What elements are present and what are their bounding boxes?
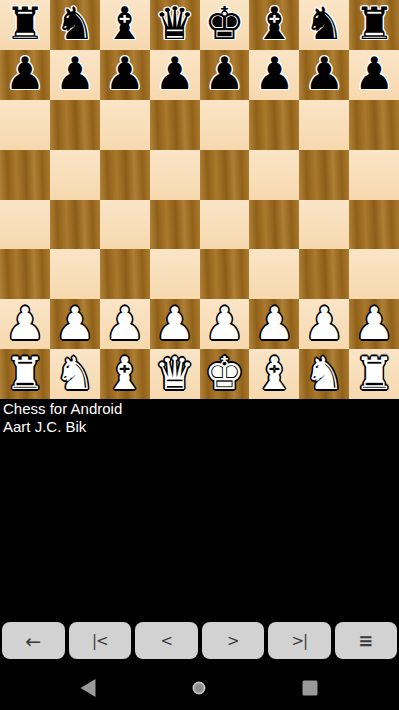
- undo-arrow-button[interactable]: ←: [2, 622, 65, 659]
- square-e6[interactable]: [200, 100, 250, 150]
- square-d4[interactable]: [150, 200, 200, 250]
- square-d7[interactable]: ♟: [150, 50, 200, 100]
- black-pawn: ♟: [105, 51, 145, 96]
- square-b1[interactable]: ♞: [50, 349, 100, 399]
- square-f5[interactable]: [249, 150, 299, 200]
- app-author: Aart J.C. Bik: [3, 418, 122, 436]
- square-d1[interactable]: ♛: [150, 349, 200, 399]
- square-c8[interactable]: ♝: [100, 0, 150, 50]
- square-a1[interactable]: ♜: [0, 349, 50, 399]
- square-h1[interactable]: ♜: [349, 349, 399, 399]
- white-pawn: ♟: [105, 301, 145, 346]
- android-back-icon[interactable]: [81, 679, 96, 697]
- square-f6[interactable]: [249, 100, 299, 150]
- square-d2[interactable]: ♟: [150, 299, 200, 349]
- white-pawn: ♟: [5, 301, 45, 346]
- square-a2[interactable]: ♟: [0, 299, 50, 349]
- square-e4[interactable]: [200, 200, 250, 250]
- white-knight: ♞: [304, 351, 344, 396]
- menu-button[interactable]: ≡: [335, 622, 398, 659]
- square-b7[interactable]: ♟: [50, 50, 100, 100]
- square-f4[interactable]: [249, 200, 299, 250]
- square-d8[interactable]: ♛: [150, 0, 200, 50]
- black-pawn: ♟: [154, 51, 194, 96]
- square-f7[interactable]: ♟: [249, 50, 299, 100]
- android-home-icon[interactable]: [193, 682, 206, 695]
- white-knight: ♞: [55, 351, 95, 396]
- square-h7[interactable]: ♟: [349, 50, 399, 100]
- next-move-button[interactable]: >: [202, 622, 265, 659]
- square-g7[interactable]: ♟: [299, 50, 349, 100]
- square-b6[interactable]: [50, 100, 100, 150]
- white-queen: ♛: [154, 351, 194, 396]
- black-pawn: ♟: [5, 51, 45, 96]
- black-pawn: ♟: [254, 51, 294, 96]
- square-h3[interactable]: [349, 249, 399, 299]
- black-rook: ♜: [5, 1, 45, 46]
- square-f2[interactable]: ♟: [249, 299, 299, 349]
- black-knight: ♞: [304, 1, 344, 46]
- black-knight: ♞: [55, 1, 95, 46]
- black-king: ♚: [204, 1, 244, 46]
- square-a3[interactable]: [0, 249, 50, 299]
- white-pawn: ♟: [354, 301, 394, 346]
- prev-move-button[interactable]: <: [135, 622, 198, 659]
- white-pawn: ♟: [254, 301, 294, 346]
- square-f3[interactable]: [249, 249, 299, 299]
- white-pawn: ♟: [154, 301, 194, 346]
- square-b4[interactable]: [50, 200, 100, 250]
- app-title: Chess for Android: [3, 400, 122, 418]
- square-b3[interactable]: [50, 249, 100, 299]
- first-move-button[interactable]: |<: [69, 622, 132, 659]
- square-h5[interactable]: [349, 150, 399, 200]
- android-navbar: [0, 670, 399, 706]
- square-g4[interactable]: [299, 200, 349, 250]
- square-c7[interactable]: ♟: [100, 50, 150, 100]
- square-g2[interactable]: ♟: [299, 299, 349, 349]
- square-a8[interactable]: ♜: [0, 0, 50, 50]
- square-e1[interactable]: ♚: [200, 349, 250, 399]
- white-pawn: ♟: [304, 301, 344, 346]
- square-e3[interactable]: [200, 249, 250, 299]
- square-c2[interactable]: ♟: [100, 299, 150, 349]
- square-g6[interactable]: [299, 100, 349, 150]
- last-move-button[interactable]: >|: [268, 622, 331, 659]
- square-a6[interactable]: [0, 100, 50, 150]
- app-screen: ♜♞♝♛♚♝♞♜♟♟♟♟♟♟♟♟♟♟♟♟♟♟♟♟♜♞♝♛♚♝♞♜ Chess f…: [0, 0, 399, 710]
- square-f8[interactable]: ♝: [249, 0, 299, 50]
- black-bishop: ♝: [105, 1, 145, 46]
- square-c4[interactable]: [100, 200, 150, 250]
- app-info: Chess for Android Aart J.C. Bik: [3, 400, 122, 436]
- square-b2[interactable]: ♟: [50, 299, 100, 349]
- white-king: ♚: [204, 351, 244, 396]
- square-g5[interactable]: [299, 150, 349, 200]
- white-bishop: ♝: [105, 351, 145, 396]
- square-c5[interactable]: [100, 150, 150, 200]
- square-h8[interactable]: ♜: [349, 0, 399, 50]
- black-rook: ♜: [354, 1, 394, 46]
- black-pawn: ♟: [304, 51, 344, 96]
- square-b8[interactable]: ♞: [50, 0, 100, 50]
- square-a5[interactable]: [0, 150, 50, 200]
- square-e2[interactable]: ♟: [200, 299, 250, 349]
- square-e7[interactable]: ♟: [200, 50, 250, 100]
- square-a7[interactable]: ♟: [0, 50, 50, 100]
- square-f1[interactable]: ♝: [249, 349, 299, 399]
- chess-board: ♜♞♝♛♚♝♞♜♟♟♟♟♟♟♟♟♟♟♟♟♟♟♟♟♜♞♝♛♚♝♞♜: [0, 0, 399, 399]
- black-pawn: ♟: [204, 51, 244, 96]
- white-rook: ♜: [5, 351, 45, 396]
- square-b5[interactable]: [50, 150, 100, 200]
- white-pawn: ♟: [55, 301, 95, 346]
- square-c6[interactable]: [100, 100, 150, 150]
- square-g1[interactable]: ♞: [299, 349, 349, 399]
- square-d6[interactable]: [150, 100, 200, 150]
- black-bishop: ♝: [254, 1, 294, 46]
- white-pawn: ♟: [204, 301, 244, 346]
- square-h4[interactable]: [349, 200, 399, 250]
- android-recents-icon[interactable]: [303, 681, 318, 696]
- square-h6[interactable]: [349, 100, 399, 150]
- square-h2[interactable]: ♟: [349, 299, 399, 349]
- white-bishop: ♝: [254, 351, 294, 396]
- white-rook: ♜: [354, 351, 394, 396]
- move-toolbar: ← |< < > >| ≡: [0, 622, 399, 659]
- square-e8[interactable]: ♚: [200, 0, 250, 50]
- square-d3[interactable]: [150, 249, 200, 299]
- square-e5[interactable]: [200, 150, 250, 200]
- black-pawn: ♟: [55, 51, 95, 96]
- black-queen: ♛: [154, 1, 194, 46]
- square-c1[interactable]: ♝: [100, 349, 150, 399]
- black-pawn: ♟: [354, 51, 394, 96]
- square-d5[interactable]: [150, 150, 200, 200]
- square-c3[interactable]: [100, 249, 150, 299]
- square-a4[interactable]: [0, 200, 50, 250]
- square-g8[interactable]: ♞: [299, 0, 349, 50]
- square-g3[interactable]: [299, 249, 349, 299]
